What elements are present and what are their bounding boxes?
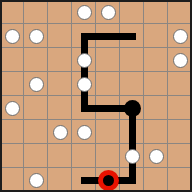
board-cell[interactable] [0,120,24,144]
board-cell[interactable] [96,72,120,96]
white-dot [149,149,164,164]
white-dot [29,173,44,188]
target-marker [98,170,119,191]
board-cell[interactable] [0,144,24,168]
white-dot [173,53,188,68]
board-cell[interactable] [48,48,72,72]
path-segment [81,33,136,40]
white-dot [101,5,116,20]
white-dot [77,125,92,140]
white-dot [77,5,92,20]
board-cell[interactable] [0,72,24,96]
board-cell[interactable] [0,48,24,72]
white-dot [53,125,68,140]
board-cell[interactable] [24,96,48,120]
white-dot [125,149,140,164]
board-cell[interactable] [48,96,72,120]
board-cell[interactable] [120,0,144,24]
board-cell[interactable] [96,48,120,72]
board-cell[interactable] [144,168,168,192]
white-dot [5,101,20,116]
board-cell[interactable] [96,120,120,144]
path-junction-dot [124,100,141,117]
board-cell[interactable] [24,120,48,144]
white-dot [77,53,92,68]
board-cell[interactable] [72,144,96,168]
board-cell[interactable] [144,120,168,144]
board-cell[interactable] [48,144,72,168]
board-cell[interactable] [144,24,168,48]
board-cell[interactable] [96,144,120,168]
board-cell[interactable] [24,144,48,168]
target-center [103,175,114,186]
board-cell[interactable] [0,168,24,192]
white-dot [29,29,44,44]
board-cell[interactable] [48,24,72,48]
board-cell[interactable] [168,168,192,192]
board-cell[interactable] [144,48,168,72]
white-dot [29,77,44,92]
board-cell[interactable] [48,72,72,96]
path-segment [81,33,88,112]
board-cell[interactable] [24,48,48,72]
puzzle-board[interactable] [0,0,192,192]
board-cell[interactable] [168,144,192,168]
board-cell[interactable] [48,0,72,24]
board-cell[interactable] [24,0,48,24]
board-cell[interactable] [144,0,168,24]
board-cell[interactable] [120,72,144,96]
white-dot [5,29,20,44]
board-cell[interactable] [168,120,192,144]
board-cell[interactable] [0,0,24,24]
board-cell[interactable] [144,72,168,96]
white-dot [173,29,188,44]
board-cell[interactable] [144,96,168,120]
board-cell[interactable] [168,0,192,24]
board-cell[interactable] [168,96,192,120]
board-cell[interactable] [48,168,72,192]
board-cell[interactable] [120,48,144,72]
board-grid [0,0,192,192]
board-cell[interactable] [168,72,192,96]
white-dot [77,77,92,92]
